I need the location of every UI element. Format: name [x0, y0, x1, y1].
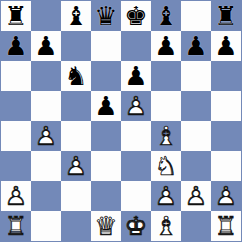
square-b3[interactable] — [31, 151, 61, 181]
square-d4[interactable] — [91, 121, 121, 151]
square-h4[interactable] — [211, 121, 241, 151]
square-f2[interactable]: ♟♙ — [151, 181, 181, 211]
white-queen[interactable]: ♛♕ — [91, 211, 121, 241]
chess-board: ♜♝♛♚♝♜♟♟♟♟♟♞♟♟♟♙♟♙♝♗♟♙♞♘♟♙♟♙♟♙♟♙♜♖♛♕♚♔♝♗… — [0, 0, 242, 242]
square-h6[interactable] — [211, 61, 241, 91]
square-d7[interactable] — [91, 31, 121, 61]
square-f7[interactable]: ♟ — [151, 31, 181, 61]
square-a8[interactable]: ♜ — [1, 1, 31, 31]
square-c7[interactable] — [61, 31, 91, 61]
white-king[interactable]: ♚♔ — [121, 211, 151, 241]
square-c8[interactable]: ♝ — [61, 1, 91, 31]
square-f1[interactable]: ♝♗ — [151, 211, 181, 241]
square-a5[interactable] — [1, 91, 31, 121]
square-c1[interactable] — [61, 211, 91, 241]
black-bishop[interactable]: ♝ — [61, 1, 91, 31]
square-b5[interactable] — [31, 91, 61, 121]
black-knight[interactable]: ♞ — [61, 61, 91, 91]
black-pawn[interactable]: ♟ — [121, 61, 151, 91]
square-g4[interactable] — [181, 121, 211, 151]
black-queen[interactable]: ♛ — [91, 1, 121, 31]
square-b2[interactable] — [31, 181, 61, 211]
square-f5[interactable] — [151, 91, 181, 121]
square-h8[interactable]: ♜ — [211, 1, 241, 31]
black-pawn[interactable]: ♟ — [151, 31, 181, 61]
square-g5[interactable] — [181, 91, 211, 121]
square-d6[interactable] — [91, 61, 121, 91]
white-bishop[interactable]: ♝♗ — [151, 121, 181, 151]
square-h5[interactable] — [211, 91, 241, 121]
square-h7[interactable]: ♟ — [211, 31, 241, 61]
square-b7[interactable]: ♟ — [31, 31, 61, 61]
black-pawn[interactable]: ♟ — [91, 91, 121, 121]
square-g6[interactable] — [181, 61, 211, 91]
white-pawn[interactable]: ♟♙ — [61, 151, 91, 181]
white-pawn[interactable]: ♟♙ — [151, 181, 181, 211]
square-f4[interactable]: ♝♗ — [151, 121, 181, 151]
square-c5[interactable] — [61, 91, 91, 121]
square-c4[interactable] — [61, 121, 91, 151]
square-d3[interactable] — [91, 151, 121, 181]
square-f6[interactable] — [151, 61, 181, 91]
square-c3[interactable]: ♟♙ — [61, 151, 91, 181]
square-a6[interactable] — [1, 61, 31, 91]
square-g7[interactable]: ♟ — [181, 31, 211, 61]
square-e5[interactable]: ♟♙ — [121, 91, 151, 121]
square-f3[interactable]: ♞♘ — [151, 151, 181, 181]
black-rook[interactable]: ♜ — [211, 1, 241, 31]
white-bishop[interactable]: ♝♗ — [151, 211, 181, 241]
square-e3[interactable] — [121, 151, 151, 181]
black-pawn[interactable]: ♟ — [31, 31, 61, 61]
square-h1[interactable]: ♜♖ — [211, 211, 241, 241]
white-pawn[interactable]: ♟♙ — [121, 91, 151, 121]
square-a1[interactable]: ♜♖ — [1, 211, 31, 241]
square-f8[interactable]: ♝ — [151, 1, 181, 31]
square-b4[interactable]: ♟♙ — [31, 121, 61, 151]
white-pawn[interactable]: ♟♙ — [211, 181, 241, 211]
square-g8[interactable] — [181, 1, 211, 31]
square-a7[interactable]: ♟ — [1, 31, 31, 61]
black-pawn[interactable]: ♟ — [181, 31, 211, 61]
black-bishop[interactable]: ♝ — [151, 1, 181, 31]
white-rook[interactable]: ♜♖ — [211, 211, 241, 241]
white-rook[interactable]: ♜♖ — [1, 211, 31, 241]
square-e2[interactable] — [121, 181, 151, 211]
black-king[interactable]: ♚ — [121, 1, 151, 31]
square-e8[interactable]: ♚ — [121, 1, 151, 31]
black-rook[interactable]: ♜ — [1, 1, 31, 31]
square-e6[interactable]: ♟ — [121, 61, 151, 91]
square-d8[interactable]: ♛ — [91, 1, 121, 31]
square-d5[interactable]: ♟ — [91, 91, 121, 121]
square-d1[interactable]: ♛♕ — [91, 211, 121, 241]
square-c6[interactable]: ♞ — [61, 61, 91, 91]
square-h3[interactable] — [211, 151, 241, 181]
square-c2[interactable] — [61, 181, 91, 211]
square-e1[interactable]: ♚♔ — [121, 211, 151, 241]
white-pawn[interactable]: ♟♙ — [31, 121, 61, 151]
square-b6[interactable] — [31, 61, 61, 91]
white-pawn[interactable]: ♟♙ — [1, 181, 31, 211]
square-e4[interactable] — [121, 121, 151, 151]
square-a3[interactable] — [1, 151, 31, 181]
square-a2[interactable]: ♟♙ — [1, 181, 31, 211]
white-knight[interactable]: ♞♘ — [151, 151, 181, 181]
black-pawn[interactable]: ♟ — [1, 31, 31, 61]
white-pawn[interactable]: ♟♙ — [181, 181, 211, 211]
square-g3[interactable] — [181, 151, 211, 181]
square-b1[interactable] — [31, 211, 61, 241]
square-d2[interactable] — [91, 181, 121, 211]
square-g2[interactable]: ♟♙ — [181, 181, 211, 211]
square-b8[interactable] — [31, 1, 61, 31]
square-h2[interactable]: ♟♙ — [211, 181, 241, 211]
square-a4[interactable] — [1, 121, 31, 151]
square-e7[interactable] — [121, 31, 151, 61]
black-pawn[interactable]: ♟ — [211, 31, 241, 61]
square-g1[interactable] — [181, 211, 211, 241]
